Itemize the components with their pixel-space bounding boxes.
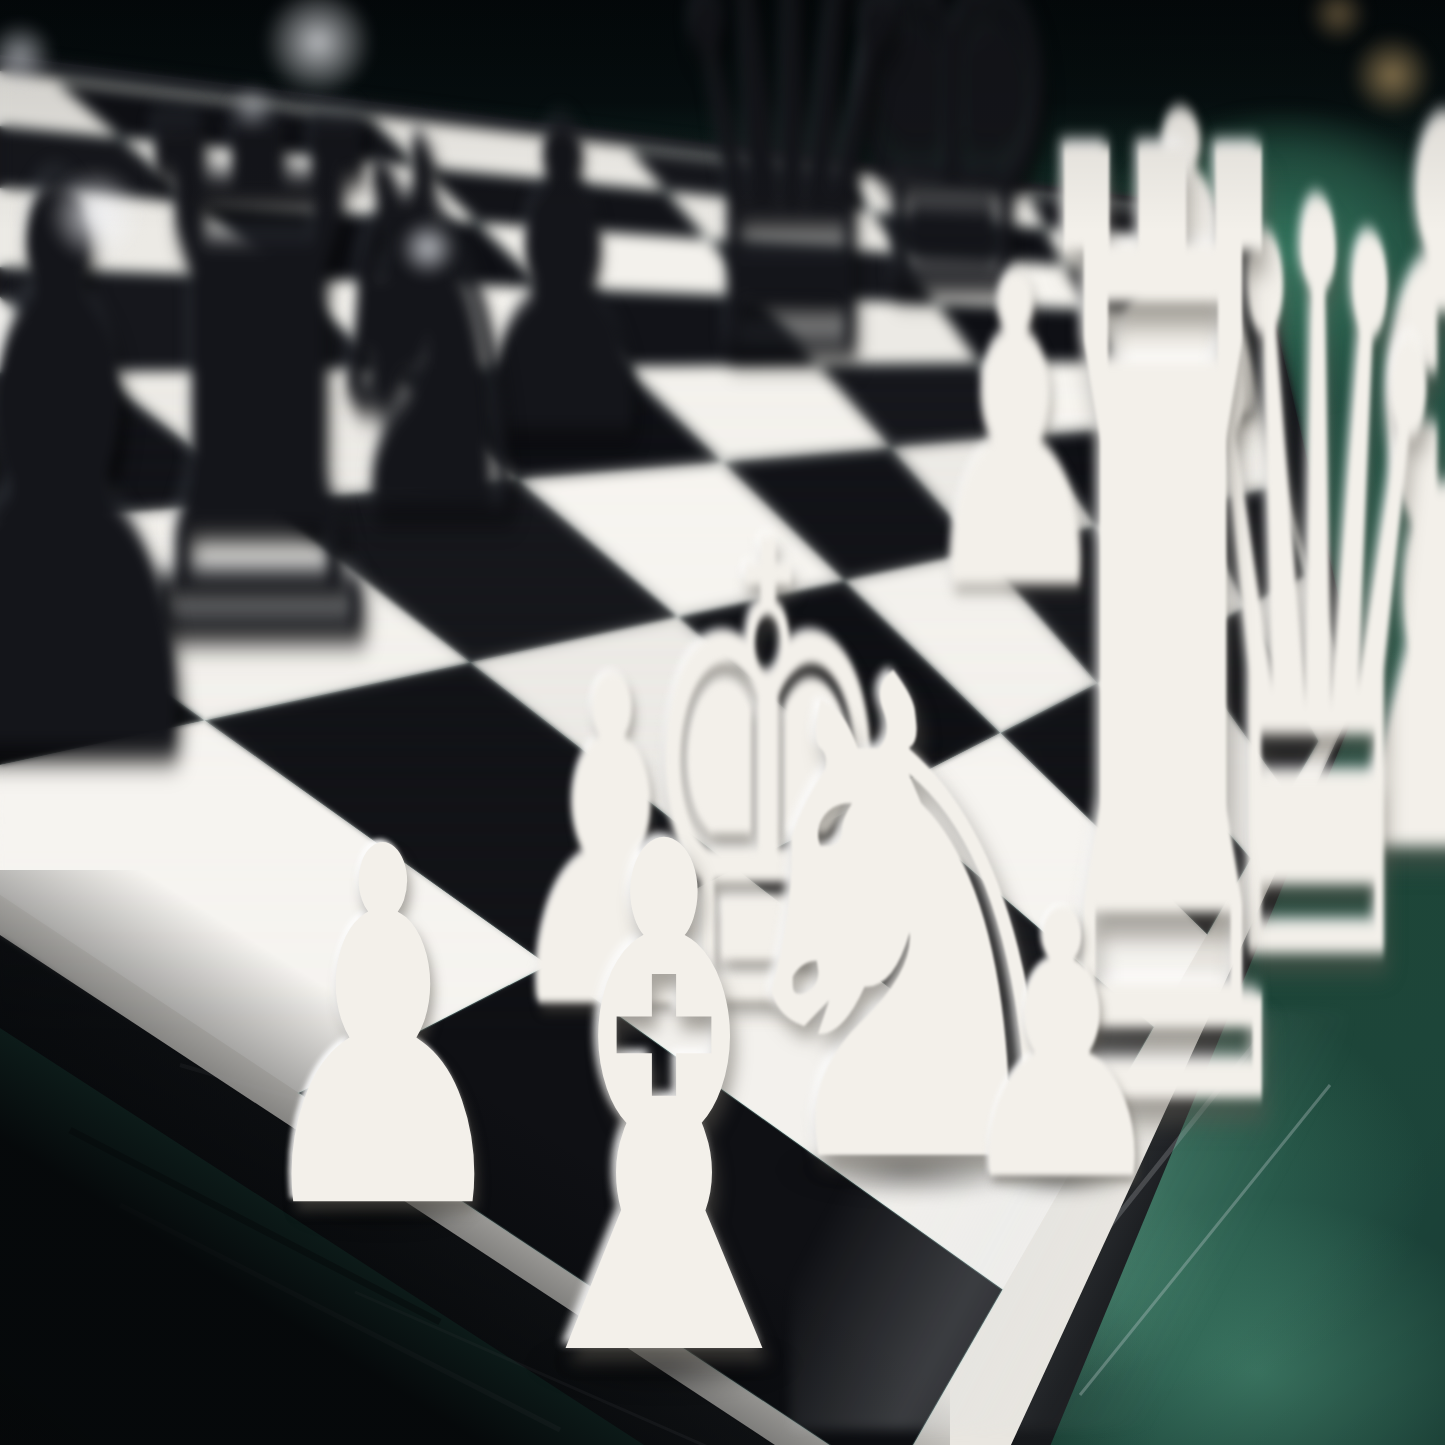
bokeh-highlight <box>1308 0 1368 44</box>
bokeh-highlight <box>47 167 143 263</box>
photo-stage: ♚♛♟♟♞♟♜♟♝♛♟♚♜♞♟♟♝ <box>0 0 1445 1445</box>
bokeh-highlight <box>263 0 373 97</box>
bokeh-highlight <box>228 84 276 132</box>
bokeh-highlight <box>1350 33 1434 117</box>
bokeh-highlights <box>0 0 1445 1445</box>
bokeh-highlight <box>398 218 458 278</box>
bokeh-highlight <box>0 21 54 89</box>
